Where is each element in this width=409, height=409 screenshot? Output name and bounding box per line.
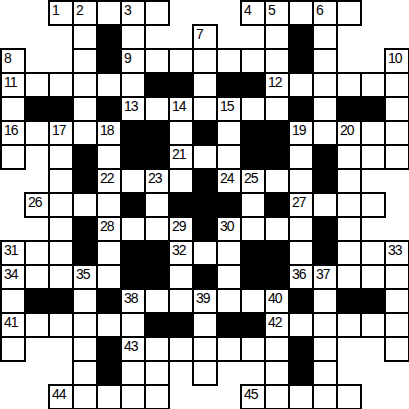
clue-number-32: 32 [172, 242, 186, 258]
cell-r12-c6[interactable] [145, 289, 169, 313]
cell-r0-c2[interactable]: 1 [49, 1, 73, 25]
void-cell-r15-c0 [1, 361, 25, 385]
cell-r13-c4[interactable] [97, 313, 121, 337]
cell-r14-c10[interactable] [241, 337, 265, 361]
cell-r2-c10[interactable] [241, 49, 265, 73]
cell-r15-c13[interactable] [313, 361, 337, 385]
cell-r2-c6[interactable] [145, 49, 169, 73]
block-cell-r5-c8 [193, 121, 217, 145]
cell-r7-c4[interactable]: 22 [97, 169, 121, 193]
block-cell-r11-c6 [145, 265, 169, 289]
clue-number-24: 24 [220, 170, 234, 186]
cell-r13-c3[interactable] [73, 313, 97, 337]
cell-r8-c13[interactable] [313, 193, 337, 217]
block-cell-r6-c6 [145, 145, 169, 169]
void-cell-r15-c1 [25, 361, 49, 385]
block-cell-r14-c4 [97, 337, 121, 361]
void-cell-r0-c15 [361, 1, 385, 25]
block-cell-r12-c15 [361, 289, 385, 313]
block-cell-r3-c7 [169, 73, 193, 97]
cell-r3-c4[interactable] [97, 73, 121, 97]
cell-r16-c10[interactable]: 45 [241, 385, 265, 409]
clue-number-22: 22 [100, 170, 114, 186]
cell-r8-c2[interactable] [49, 193, 73, 217]
clue-number-25: 25 [244, 170, 258, 186]
cell-r9-c14[interactable] [337, 217, 361, 241]
block-cell-r10-c5 [121, 241, 145, 265]
cell-r0-c11[interactable]: 5 [265, 1, 289, 25]
cell-r6-c2[interactable] [49, 145, 73, 169]
cell-r5-c16[interactable] [385, 121, 409, 145]
cell-r6-c7[interactable]: 21 [169, 145, 193, 169]
cell-r12-c11[interactable]: 40 [265, 289, 289, 313]
clue-number-4: 4 [244, 2, 251, 18]
cell-r10-c2[interactable] [49, 241, 73, 265]
clue-number-36: 36 [292, 266, 306, 282]
cell-r8-c6[interactable] [145, 193, 169, 217]
cell-r5-c13[interactable] [313, 121, 337, 145]
cell-r4-c0[interactable] [1, 97, 25, 121]
block-cell-r11-c8 [193, 265, 217, 289]
clue-number-13: 13 [124, 98, 138, 114]
clue-number-7: 7 [196, 26, 203, 42]
void-cell-r0-c8 [193, 1, 217, 25]
clue-number-11: 11 [4, 74, 17, 90]
cell-r3-c11[interactable]: 12 [265, 73, 289, 97]
cell-r2-c5[interactable]: 9 [121, 49, 145, 73]
cell-r16-c4[interactable] [97, 385, 121, 409]
void-cell-r15-c15 [361, 361, 385, 385]
cell-r11-c3[interactable]: 35 [73, 265, 97, 289]
cell-r13-c16[interactable] [385, 313, 409, 337]
void-cell-r0-c7 [169, 1, 193, 25]
void-cell-r15-c7 [169, 361, 193, 385]
cell-r7-c9[interactable]: 24 [217, 169, 241, 193]
cell-r10-c0[interactable]: 31 [1, 241, 25, 265]
cell-r12-c10[interactable] [241, 289, 265, 313]
cell-r5-c12[interactable]: 19 [289, 121, 313, 145]
cell-r12-c0[interactable] [1, 289, 25, 313]
cell-r3-c14[interactable] [337, 73, 361, 97]
clue-number-38: 38 [124, 290, 138, 306]
cell-r13-c13[interactable] [313, 313, 337, 337]
cell-r7-c6[interactable]: 23 [145, 169, 169, 193]
cell-r13-c14[interactable] [337, 313, 361, 337]
void-cell-r16-c8 [193, 385, 217, 409]
cell-r11-c1[interactable] [25, 265, 49, 289]
block-cell-r13-c9 [217, 313, 241, 337]
cell-r1-c11[interactable] [265, 25, 289, 49]
cell-r9-c4[interactable]: 28 [97, 217, 121, 241]
cell-r5-c14[interactable]: 20 [337, 121, 361, 145]
clue-number-42: 42 [268, 314, 282, 330]
cell-r4-c7[interactable]: 14 [169, 97, 193, 121]
cell-r5-c4[interactable]: 18 [97, 121, 121, 145]
cell-r15-c11[interactable] [265, 361, 289, 385]
void-cell-r15-c2 [49, 361, 73, 385]
cell-r14-c6[interactable] [145, 337, 169, 361]
cell-r9-c7[interactable]: 29 [169, 217, 193, 241]
cell-r4-c9[interactable]: 15 [217, 97, 241, 121]
cell-r6-c8[interactable] [193, 145, 217, 169]
void-cell-r7-c15 [361, 169, 385, 193]
block-cell-r4-c1 [25, 97, 49, 121]
cell-r12-c13[interactable] [313, 289, 337, 313]
clue-number-21: 21 [172, 146, 186, 162]
block-cell-r6-c5 [121, 145, 145, 169]
cell-r16-c11[interactable] [265, 385, 289, 409]
clue-number-31: 31 [4, 242, 18, 258]
block-cell-r8-c11 [265, 193, 289, 217]
block-cell-r8-c8 [193, 193, 217, 217]
cell-r11-c9[interactable] [217, 265, 241, 289]
void-cell-r16-c9 [217, 385, 241, 409]
cell-r6-c15[interactable] [361, 145, 385, 169]
cell-r11-c12[interactable]: 36 [289, 265, 313, 289]
void-cell-r16-c0 [1, 385, 25, 409]
cell-r12-c16[interactable] [385, 289, 409, 313]
cell-r10-c15[interactable] [361, 241, 385, 265]
cell-r10-c16[interactable]: 33 [385, 241, 409, 265]
block-cell-r15-c12 [289, 361, 313, 385]
void-cell-r9-c15 [361, 217, 385, 241]
cell-r1-c5[interactable] [121, 25, 145, 49]
cell-r10-c9[interactable] [217, 241, 241, 265]
cell-r16-c13[interactable] [313, 385, 337, 409]
cell-r13-c15[interactable] [361, 313, 385, 337]
cell-r14-c9[interactable] [217, 337, 241, 361]
cell-r5-c7[interactable] [169, 121, 193, 145]
cell-r0-c5[interactable]: 3 [121, 1, 145, 25]
cell-r8-c15[interactable] [361, 193, 385, 217]
cell-r14-c13[interactable] [313, 337, 337, 361]
cell-r7-c14[interactable] [337, 169, 361, 193]
clue-number-45: 45 [244, 386, 258, 402]
cell-r12-c3[interactable] [73, 289, 97, 313]
cell-r8-c12[interactable]: 27 [289, 193, 313, 217]
void-cell-r1-c15 [361, 25, 385, 49]
cell-r7-c10[interactable]: 25 [241, 169, 265, 193]
void-cell-r7-c1 [25, 169, 49, 193]
cell-r14-c0[interactable] [1, 337, 25, 361]
cell-r6-c12[interactable] [289, 145, 313, 169]
cell-r16-c6[interactable] [145, 385, 169, 409]
cell-r11-c13[interactable]: 37 [313, 265, 337, 289]
clue-number-35: 35 [76, 266, 90, 282]
cell-r6-c16[interactable] [385, 145, 409, 169]
crossword-board: 1234567891011121314151617181920212223242… [1, 1, 409, 409]
cell-r13-c2[interactable] [49, 313, 73, 337]
cell-r5-c1[interactable] [25, 121, 49, 145]
cell-r4-c11[interactable] [265, 97, 289, 121]
block-cell-r8-c7 [169, 193, 193, 217]
clue-number-18: 18 [100, 122, 114, 138]
cell-r3-c1[interactable] [25, 73, 49, 97]
cell-r10-c7[interactable]: 32 [169, 241, 193, 265]
block-cell-r5-c11 [265, 121, 289, 145]
clue-number-26: 26 [28, 194, 42, 210]
cell-r3-c15[interactable] [361, 73, 385, 97]
void-cell-r1-c7 [169, 25, 193, 49]
cell-r3-c12[interactable] [289, 73, 313, 97]
cell-r14-c3[interactable] [73, 337, 97, 361]
void-cell-r7-c16 [385, 169, 409, 193]
cell-r2-c0[interactable]: 8 [1, 49, 25, 73]
cell-r0-c10[interactable]: 4 [241, 1, 265, 25]
cell-r15-c3[interactable] [73, 361, 97, 385]
void-cell-r0-c16 [385, 1, 409, 25]
void-cell-r0-c1 [25, 1, 49, 25]
cell-r0-c12[interactable] [289, 1, 313, 25]
cell-r1-c3[interactable] [73, 25, 97, 49]
void-cell-r15-c14 [337, 361, 361, 385]
cell-r4-c13[interactable] [313, 97, 337, 121]
void-cell-r1-c2 [49, 25, 73, 49]
cell-r8-c1[interactable]: 26 [25, 193, 49, 217]
cell-r1-c13[interactable] [313, 25, 337, 49]
cell-r11-c15[interactable] [361, 265, 385, 289]
cell-r9-c12[interactable] [289, 217, 313, 241]
cell-r7-c2[interactable] [49, 169, 73, 193]
cell-r7-c7[interactable] [169, 169, 193, 193]
clue-number-3: 3 [124, 2, 131, 18]
cell-r9-c10[interactable] [241, 217, 265, 241]
block-cell-r11-c11 [265, 265, 289, 289]
clue-number-16: 16 [4, 122, 18, 138]
block-cell-r8-c5 [121, 193, 145, 217]
block-cell-r1-c4 [97, 25, 121, 49]
cell-r2-c13[interactable] [313, 49, 337, 73]
cell-r11-c4[interactable] [97, 265, 121, 289]
block-cell-r4-c12 [289, 97, 313, 121]
block-cell-r10-c11 [265, 241, 289, 265]
cell-r8-c4[interactable] [97, 193, 121, 217]
clue-number-33: 33 [388, 242, 402, 258]
cell-r11-c14[interactable] [337, 265, 361, 289]
cell-r9-c2[interactable] [49, 217, 73, 241]
cell-r7-c11[interactable] [265, 169, 289, 193]
cell-r1-c8[interactable]: 7 [193, 25, 217, 49]
block-cell-r3-c9 [217, 73, 241, 97]
cell-r4-c10[interactable] [241, 97, 265, 121]
cell-r13-c5[interactable] [121, 313, 145, 337]
void-cell-r8-c0 [1, 193, 25, 217]
cell-r2-c7[interactable] [169, 49, 193, 73]
block-cell-r7-c3 [73, 169, 97, 193]
cell-r13-c1[interactable] [25, 313, 49, 337]
block-cell-r2-c4 [97, 49, 121, 73]
block-cell-r6-c3 [73, 145, 97, 169]
cell-r3-c16[interactable] [385, 73, 409, 97]
block-cell-r1-c12 [289, 25, 313, 49]
void-cell-r6-c1 [25, 145, 49, 169]
clue-number-19: 19 [292, 122, 306, 138]
cell-r4-c6[interactable] [145, 97, 169, 121]
void-cell-r0-c9 [217, 1, 241, 25]
void-cell-r1-c1 [25, 25, 49, 49]
void-cell-r2-c15 [361, 49, 385, 73]
block-cell-r10-c13 [313, 241, 337, 265]
void-cell-r1-c6 [145, 25, 169, 49]
cell-r6-c9[interactable] [217, 145, 241, 169]
cell-r12-c9[interactable] [217, 289, 241, 313]
cell-r8-c14[interactable] [337, 193, 361, 217]
cell-r0-c14[interactable] [337, 1, 361, 25]
cell-r5-c2[interactable]: 17 [49, 121, 73, 145]
cell-r2-c3[interactable] [73, 49, 97, 73]
cell-r4-c8[interactable] [193, 97, 217, 121]
cell-r9-c9[interactable]: 30 [217, 217, 241, 241]
block-cell-r12-c2 [49, 289, 73, 313]
cell-r0-c3[interactable]: 2 [73, 1, 97, 25]
cell-r10-c8[interactable] [193, 241, 217, 265]
void-cell-r2-c1 [25, 49, 49, 73]
cell-r3-c2[interactable] [49, 73, 73, 97]
cell-r15-c8[interactable] [193, 361, 217, 385]
crossword-puzzle-screenshot: 1234567891011121314151617181920212223242… [0, 0, 409, 409]
cell-r12-c7[interactable] [169, 289, 193, 313]
block-cell-r10-c6 [145, 241, 169, 265]
clue-number-9: 9 [124, 50, 131, 66]
cell-r10-c4[interactable] [97, 241, 121, 265]
block-cell-r13-c6 [145, 313, 169, 337]
cell-r3-c3[interactable] [73, 73, 97, 97]
cell-r3-c8[interactable] [193, 73, 217, 97]
cell-r13-c12[interactable] [289, 313, 313, 337]
cell-r4-c5[interactable]: 13 [121, 97, 145, 121]
cell-r3-c13[interactable] [313, 73, 337, 97]
clue-number-37: 37 [316, 266, 330, 282]
cell-r11-c16[interactable] [385, 265, 409, 289]
cell-r2-c11[interactable] [265, 49, 289, 73]
block-cell-r12-c12 [289, 289, 313, 313]
block-cell-r11-c10 [241, 265, 265, 289]
cell-r16-c3[interactable] [73, 385, 97, 409]
cell-r11-c2[interactable] [49, 265, 73, 289]
block-cell-r13-c10 [241, 313, 265, 337]
void-cell-r14-c14 [337, 337, 361, 361]
cell-r15-c6[interactable] [145, 361, 169, 385]
clue-number-8: 8 [4, 50, 11, 66]
block-cell-r5-c5 [121, 121, 145, 145]
cell-r14-c11[interactable] [265, 337, 289, 361]
block-cell-r7-c8 [193, 169, 217, 193]
cell-r4-c3[interactable] [73, 97, 97, 121]
cell-r12-c8[interactable]: 39 [193, 289, 217, 313]
clue-number-15: 15 [220, 98, 234, 114]
void-cell-r1-c9 [217, 25, 241, 49]
block-cell-r12-c14 [337, 289, 361, 313]
block-cell-r10-c10 [241, 241, 265, 265]
cell-r6-c14[interactable] [337, 145, 361, 169]
void-cell-r16-c7 [169, 385, 193, 409]
cell-r9-c6[interactable] [145, 217, 169, 241]
cell-r9-c5[interactable] [121, 217, 145, 241]
cell-r5-c3[interactable] [73, 121, 97, 145]
cell-r5-c9[interactable] [217, 121, 241, 145]
cell-r15-c5[interactable] [121, 361, 145, 385]
cell-r12-c5[interactable]: 38 [121, 289, 145, 313]
cell-r5-c15[interactable] [361, 121, 385, 145]
clue-number-2: 2 [76, 2, 83, 18]
clue-number-23: 23 [148, 170, 162, 186]
cell-r16-c12[interactable] [289, 385, 313, 409]
cell-r4-c16[interactable] [385, 97, 409, 121]
block-cell-r3-c6 [145, 73, 169, 97]
cell-r2-c9[interactable] [217, 49, 241, 73]
void-cell-r8-c16 [385, 193, 409, 217]
cell-r2-c16[interactable]: 10 [385, 49, 409, 73]
cell-r7-c5[interactable] [121, 169, 145, 193]
cell-r16-c14[interactable] [337, 385, 361, 409]
cell-r16-c2[interactable]: 44 [49, 385, 73, 409]
cell-r11-c7[interactable] [169, 265, 193, 289]
block-cell-r11-c5 [121, 265, 145, 289]
cell-r7-c12[interactable] [289, 169, 313, 193]
cell-r13-c8[interactable] [193, 313, 217, 337]
cell-r16-c5[interactable] [121, 385, 145, 409]
clue-number-28: 28 [100, 218, 114, 234]
cell-r3-c5[interactable] [121, 73, 145, 97]
void-cell-r15-c16 [385, 361, 409, 385]
cell-r13-c11[interactable]: 42 [265, 313, 289, 337]
block-cell-r7-c13 [313, 169, 337, 193]
cell-r14-c5[interactable]: 43 [121, 337, 145, 361]
clue-number-20: 20 [340, 122, 354, 138]
block-cell-r10-c3 [73, 241, 97, 265]
cell-r11-c0[interactable]: 34 [1, 265, 25, 289]
void-cell-r2-c14 [337, 49, 361, 73]
void-cell-r1-c14 [337, 25, 361, 49]
block-cell-r4-c15 [361, 97, 385, 121]
cell-r2-c8[interactable] [193, 49, 217, 73]
cell-r0-c4[interactable] [97, 1, 121, 25]
clue-number-12: 12 [268, 74, 282, 90]
cell-r8-c3[interactable] [73, 193, 97, 217]
void-cell-r1-c10 [241, 25, 265, 49]
void-cell-r0-c0 [1, 1, 25, 25]
clue-number-5: 5 [268, 2, 275, 18]
cell-r0-c13[interactable]: 6 [313, 1, 337, 25]
cell-r14-c7[interactable] [169, 337, 193, 361]
cell-r10-c14[interactable] [337, 241, 361, 265]
cell-r6-c4[interactable] [97, 145, 121, 169]
block-cell-r3-c10 [241, 73, 265, 97]
void-cell-r9-c0 [1, 217, 25, 241]
void-cell-r9-c1 [25, 217, 49, 241]
cell-r10-c1[interactable] [25, 241, 49, 265]
cell-r5-c0[interactable]: 16 [1, 121, 25, 145]
cell-r3-c0[interactable]: 11 [1, 73, 25, 97]
clue-number-17: 17 [52, 122, 66, 138]
cell-r10-c12[interactable] [289, 241, 313, 265]
block-cell-r6-c13 [313, 145, 337, 169]
cell-r8-c10[interactable] [241, 193, 265, 217]
block-cell-r9-c3 [73, 217, 97, 241]
block-cell-r6-c11 [265, 145, 289, 169]
clue-number-41: 41 [4, 314, 18, 330]
block-cell-r14-c12 [289, 337, 313, 361]
cell-r6-c0[interactable] [1, 145, 25, 169]
cell-r14-c8[interactable] [193, 337, 217, 361]
block-cell-r6-c10 [241, 145, 265, 169]
cell-r13-c0[interactable]: 41 [1, 313, 25, 337]
void-cell-r16-c16 [385, 385, 409, 409]
cell-r0-c6[interactable] [145, 1, 169, 25]
clue-number-44: 44 [52, 386, 66, 402]
cell-r9-c11[interactable] [265, 217, 289, 241]
cell-r14-c16[interactable] [385, 337, 409, 361]
